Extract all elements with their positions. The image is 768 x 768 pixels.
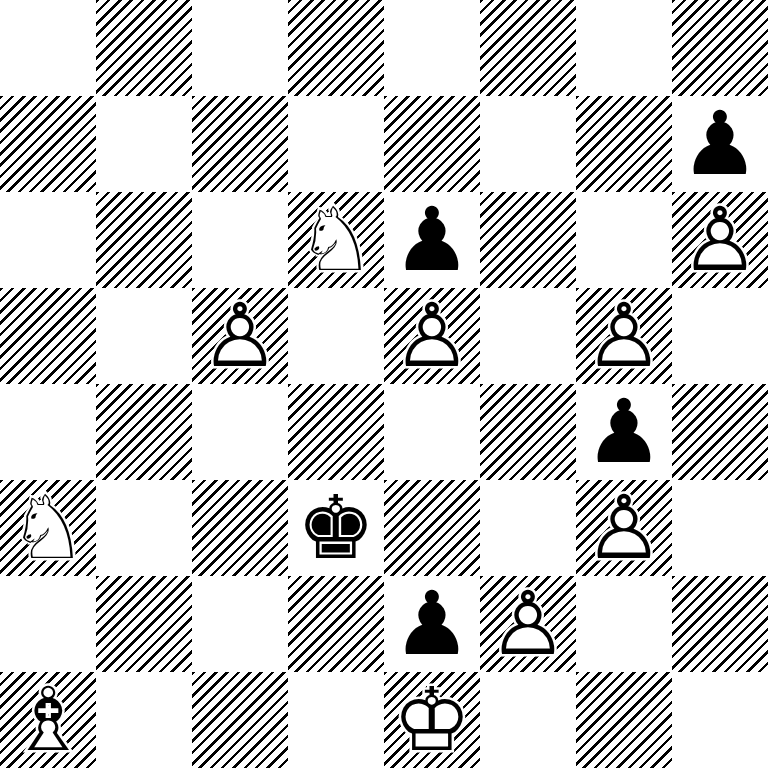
- pawn-icon: ♟: [672, 96, 768, 192]
- square-g6[interactable]: [576, 192, 672, 288]
- square-c3[interactable]: [192, 480, 288, 576]
- square-e7[interactable]: [384, 96, 480, 192]
- square-g2[interactable]: [576, 576, 672, 672]
- square-g3[interactable]: ♟♙: [576, 480, 672, 576]
- pawn-icon: ♙: [576, 288, 672, 384]
- black-pawn-e6[interactable]: ♟: [384, 192, 480, 288]
- white-pawn-f2[interactable]: ♟♙: [480, 576, 576, 672]
- square-d5[interactable]: [288, 288, 384, 384]
- square-f3[interactable]: [480, 480, 576, 576]
- square-a8[interactable]: [0, 0, 96, 96]
- square-c6[interactable]: [192, 192, 288, 288]
- chess-board: ♟♞♘♟♟♙♟♙♟♙♟♙♟♞♘♚♟♙♟♟♙♝♗♚♔: [0, 0, 768, 768]
- square-f4[interactable]: [480, 384, 576, 480]
- pawn-icon: ♙: [576, 480, 672, 576]
- square-g8[interactable]: [576, 0, 672, 96]
- square-f7[interactable]: [480, 96, 576, 192]
- white-pawn-c5[interactable]: ♟♙: [192, 288, 288, 384]
- black-pawn-e2[interactable]: ♟: [384, 576, 480, 672]
- pawn-icon: ♙: [192, 288, 288, 384]
- square-e6[interactable]: ♟: [384, 192, 480, 288]
- square-b1[interactable]: [96, 672, 192, 768]
- square-e5[interactable]: ♟♙: [384, 288, 480, 384]
- square-f8[interactable]: [480, 0, 576, 96]
- square-h2[interactable]: [672, 576, 768, 672]
- square-a7[interactable]: [0, 96, 96, 192]
- square-d7[interactable]: [288, 96, 384, 192]
- square-g5[interactable]: ♟♙: [576, 288, 672, 384]
- bishop-icon: ♗: [0, 672, 96, 768]
- white-knight-d6[interactable]: ♞♘: [288, 192, 384, 288]
- square-d3[interactable]: ♚: [288, 480, 384, 576]
- square-f2[interactable]: ♟♙: [480, 576, 576, 672]
- square-g7[interactable]: [576, 96, 672, 192]
- square-g4[interactable]: ♟: [576, 384, 672, 480]
- black-pawn-g4[interactable]: ♟: [576, 384, 672, 480]
- square-c5[interactable]: ♟♙: [192, 288, 288, 384]
- square-c4[interactable]: [192, 384, 288, 480]
- white-pawn-g5[interactable]: ♟♙: [576, 288, 672, 384]
- square-h7[interactable]: ♟: [672, 96, 768, 192]
- square-a5[interactable]: [0, 288, 96, 384]
- white-pawn-g3[interactable]: ♟♙: [576, 480, 672, 576]
- square-h3[interactable]: [672, 480, 768, 576]
- square-e3[interactable]: [384, 480, 480, 576]
- square-a4[interactable]: [0, 384, 96, 480]
- square-e2[interactable]: ♟: [384, 576, 480, 672]
- square-h6[interactable]: ♟♙: [672, 192, 768, 288]
- pawn-icon: ♟: [384, 192, 480, 288]
- square-a2[interactable]: [0, 576, 96, 672]
- square-e8[interactable]: [384, 0, 480, 96]
- pawn-icon: ♙: [384, 288, 480, 384]
- black-king-d3[interactable]: ♚: [288, 480, 384, 576]
- square-a6[interactable]: [0, 192, 96, 288]
- square-b5[interactable]: [96, 288, 192, 384]
- square-c7[interactable]: [192, 96, 288, 192]
- square-f1[interactable]: [480, 672, 576, 768]
- king-icon: ♔: [384, 672, 480, 768]
- square-c8[interactable]: [192, 0, 288, 96]
- square-d4[interactable]: [288, 384, 384, 480]
- knight-icon: ♘: [0, 480, 96, 576]
- pawn-icon: ♙: [672, 192, 768, 288]
- square-f5[interactable]: [480, 288, 576, 384]
- white-king-e1[interactable]: ♚♔: [384, 672, 480, 768]
- square-a1[interactable]: ♝♗: [0, 672, 96, 768]
- pawn-icon: ♟: [384, 576, 480, 672]
- pawn-icon: ♟: [576, 384, 672, 480]
- square-e1[interactable]: ♚♔: [384, 672, 480, 768]
- square-c2[interactable]: [192, 576, 288, 672]
- square-b7[interactable]: [96, 96, 192, 192]
- square-h8[interactable]: [672, 0, 768, 96]
- square-g1[interactable]: [576, 672, 672, 768]
- pawn-icon: ♙: [480, 576, 576, 672]
- square-h1[interactable]: [672, 672, 768, 768]
- square-h5[interactable]: [672, 288, 768, 384]
- knight-icon: ♘: [288, 192, 384, 288]
- square-d1[interactable]: [288, 672, 384, 768]
- king-icon: ♚: [288, 480, 384, 576]
- square-b2[interactable]: [96, 576, 192, 672]
- white-pawn-h6[interactable]: ♟♙: [672, 192, 768, 288]
- black-pawn-h7[interactable]: ♟: [672, 96, 768, 192]
- square-c1[interactable]: [192, 672, 288, 768]
- square-b3[interactable]: [96, 480, 192, 576]
- square-b8[interactable]: [96, 0, 192, 96]
- chess-diagram: ♟♞♘♟♟♙♟♙♟♙♟♙♟♞♘♚♟♙♟♟♙♝♗♚♔: [0, 0, 768, 768]
- square-f6[interactable]: [480, 192, 576, 288]
- white-bishop-a1[interactable]: ♝♗: [0, 672, 96, 768]
- square-b6[interactable]: [96, 192, 192, 288]
- square-b4[interactable]: [96, 384, 192, 480]
- square-d6[interactable]: ♞♘: [288, 192, 384, 288]
- square-d8[interactable]: [288, 0, 384, 96]
- square-h4[interactable]: [672, 384, 768, 480]
- white-pawn-e5[interactable]: ♟♙: [384, 288, 480, 384]
- white-knight-a3[interactable]: ♞♘: [0, 480, 96, 576]
- square-a3[interactable]: ♞♘: [0, 480, 96, 576]
- square-d2[interactable]: [288, 576, 384, 672]
- square-e4[interactable]: [384, 384, 480, 480]
